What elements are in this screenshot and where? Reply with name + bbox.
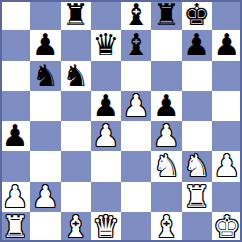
- square-h6[interactable]: [212, 61, 242, 91]
- chess-board: ♜♝♜♚♟♛♝♟♟♞♞♟♟♟♟♟♟♞♞♟♟♟♜♜♝♛♝♚: [0, 0, 242, 242]
- square-a2[interactable]: ♟: [0, 182, 30, 212]
- black-knight-b6: ♞: [32, 61, 59, 91]
- square-b2[interactable]: ♟: [30, 182, 60, 212]
- white-rook-g2: ♜: [183, 182, 210, 212]
- white-rook-a1: ♜: [2, 212, 29, 242]
- square-e8[interactable]: ♝: [121, 0, 151, 30]
- square-e7[interactable]: ♝: [121, 30, 151, 60]
- square-b7[interactable]: ♟: [30, 30, 60, 60]
- square-f5[interactable]: ♟: [151, 91, 181, 121]
- black-pawn-b7: ♟: [32, 30, 59, 60]
- square-a7[interactable]: [0, 30, 30, 60]
- square-a8[interactable]: [0, 0, 30, 30]
- square-g6[interactable]: [182, 61, 212, 91]
- square-d8[interactable]: [91, 0, 121, 30]
- chess-board-container: ♜♝♜♚♟♛♝♟♟♞♞♟♟♟♟♟♟♞♞♟♟♟♜♜♝♛♝♚: [0, 0, 242, 242]
- square-a3[interactable]: [0, 151, 30, 181]
- square-h5[interactable]: [212, 91, 242, 121]
- white-pawn-d4: ♟: [92, 121, 119, 151]
- square-c2[interactable]: [61, 182, 91, 212]
- square-a5[interactable]: [0, 91, 30, 121]
- square-b5[interactable]: [30, 91, 60, 121]
- square-e5[interactable]: ♟: [121, 91, 151, 121]
- square-h4[interactable]: [212, 121, 242, 151]
- square-h3[interactable]: ♟: [212, 151, 242, 181]
- square-b6[interactable]: ♞: [30, 61, 60, 91]
- black-pawn-f5: ♟: [153, 91, 180, 121]
- square-f1[interactable]: ♝: [151, 212, 181, 242]
- square-g4[interactable]: [182, 121, 212, 151]
- square-d5[interactable]: ♟: [91, 91, 121, 121]
- square-e1[interactable]: [121, 212, 151, 242]
- square-f8[interactable]: ♜: [151, 0, 181, 30]
- square-h1[interactable]: ♚: [212, 212, 242, 242]
- black-bishop-e8: ♝: [123, 0, 150, 30]
- black-bishop-e7: ♝: [123, 30, 150, 60]
- square-d7[interactable]: ♛: [91, 30, 121, 60]
- white-bishop-f1: ♝: [153, 212, 180, 242]
- square-e4[interactable]: [121, 121, 151, 151]
- square-e2[interactable]: [121, 182, 151, 212]
- white-knight-f3: ♞: [153, 151, 180, 181]
- square-a6[interactable]: [0, 61, 30, 91]
- square-g5[interactable]: [182, 91, 212, 121]
- black-pawn-h7: ♟: [213, 30, 240, 60]
- square-h8[interactable]: [212, 0, 242, 30]
- square-f3[interactable]: ♞: [151, 151, 181, 181]
- square-c8[interactable]: ♜: [61, 0, 91, 30]
- white-queen-d1: ♛: [92, 212, 119, 242]
- square-h2[interactable]: [212, 182, 242, 212]
- white-pawn-a2: ♟: [2, 182, 29, 212]
- square-c4[interactable]: [61, 121, 91, 151]
- square-b3[interactable]: [30, 151, 60, 181]
- square-a1[interactable]: ♜: [0, 212, 30, 242]
- white-bishop-c1: ♝: [62, 212, 89, 242]
- square-g8[interactable]: ♚: [182, 0, 212, 30]
- black-pawn-d5: ♟: [92, 91, 119, 121]
- square-g2[interactable]: ♜: [182, 182, 212, 212]
- square-c7[interactable]: [61, 30, 91, 60]
- black-knight-c6: ♞: [62, 61, 89, 91]
- square-c5[interactable]: [61, 91, 91, 121]
- square-d1[interactable]: ♛: [91, 212, 121, 242]
- black-king-g8: ♚: [183, 0, 210, 30]
- white-pawn-e5: ♟: [123, 91, 150, 121]
- square-d6[interactable]: [91, 61, 121, 91]
- square-f2[interactable]: [151, 182, 181, 212]
- square-b1[interactable]: [30, 212, 60, 242]
- square-f6[interactable]: [151, 61, 181, 91]
- square-c1[interactable]: ♝: [61, 212, 91, 242]
- black-pawn-a4: ♟: [2, 121, 29, 151]
- white-pawn-b2: ♟: [32, 182, 59, 212]
- square-b4[interactable]: [30, 121, 60, 151]
- square-c6[interactable]: ♞: [61, 61, 91, 91]
- square-d4[interactable]: ♟: [91, 121, 121, 151]
- white-pawn-f4: ♟: [153, 121, 180, 151]
- white-pawn-h3: ♟: [213, 151, 240, 181]
- black-pawn-g7: ♟: [183, 30, 210, 60]
- square-a4[interactable]: ♟: [0, 121, 30, 151]
- square-e3[interactable]: [121, 151, 151, 181]
- square-d3[interactable]: [91, 151, 121, 181]
- square-g3[interactable]: ♞: [182, 151, 212, 181]
- square-h7[interactable]: ♟: [212, 30, 242, 60]
- square-g1[interactable]: [182, 212, 212, 242]
- square-f7[interactable]: [151, 30, 181, 60]
- black-rook-c8: ♜: [62, 0, 89, 30]
- square-c3[interactable]: [61, 151, 91, 181]
- black-queen-d7: ♛: [92, 30, 119, 60]
- white-knight-g3: ♞: [183, 151, 210, 181]
- square-f4[interactable]: ♟: [151, 121, 181, 151]
- square-g7[interactable]: ♟: [182, 30, 212, 60]
- square-e6[interactable]: [121, 61, 151, 91]
- white-king-h1: ♚: [213, 212, 240, 242]
- square-b8[interactable]: [30, 0, 60, 30]
- square-d2[interactable]: [91, 182, 121, 212]
- black-rook-f8: ♜: [153, 0, 180, 30]
